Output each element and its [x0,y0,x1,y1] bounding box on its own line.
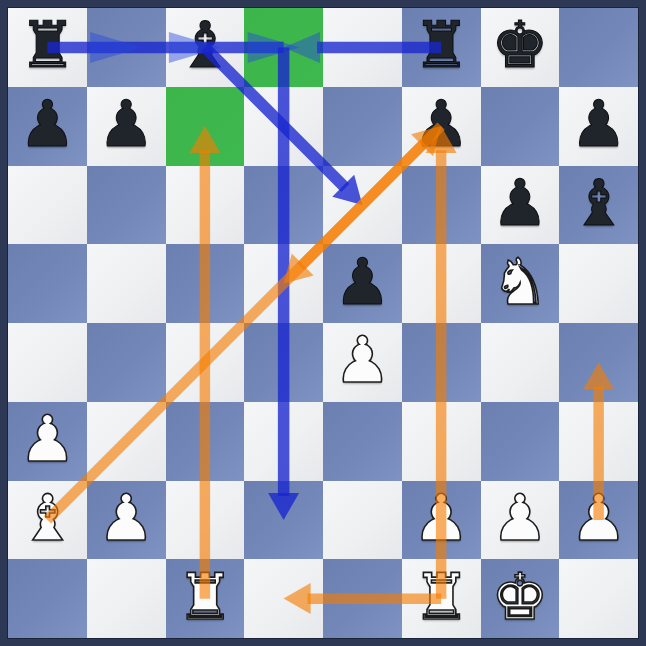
square-e1[interactable] [323,559,402,638]
square-h6[interactable]: ♝ [559,166,638,245]
square-d5[interactable] [244,244,323,323]
square-b5[interactable] [87,244,166,323]
chess-board[interactable]: ♜♝♜♚♟♟♟♟♟♝♟♞♟♟♝♟♟♟♟♜♜♚ [8,8,638,638]
square-f3[interactable] [402,402,481,481]
square-g1[interactable]: ♚ [481,559,560,638]
square-f2[interactable]: ♟ [402,481,481,560]
square-d1[interactable] [244,559,323,638]
square-c8[interactable]: ♝ [166,8,245,87]
square-e5[interactable]: ♟ [323,244,402,323]
square-f4[interactable] [402,323,481,402]
square-g5[interactable]: ♞ [481,244,560,323]
square-h8[interactable] [559,8,638,87]
square-h4[interactable] [559,323,638,402]
square-d6[interactable] [244,166,323,245]
square-b7[interactable]: ♟ [87,87,166,166]
square-c6[interactable] [166,166,245,245]
chess-board-frame: ♜♝♜♚♟♟♟♟♟♝♟♞♟♟♝♟♟♟♟♜♜♚ [0,0,646,646]
square-e3[interactable] [323,402,402,481]
piece-white-king-g1[interactable]: ♚ [491,565,548,629]
square-c3[interactable] [166,402,245,481]
square-b3[interactable] [87,402,166,481]
square-g8[interactable]: ♚ [481,8,560,87]
piece-black-rook-f8[interactable]: ♜ [412,13,469,77]
piece-white-rook-c1[interactable]: ♜ [176,565,233,629]
piece-white-knight-g5[interactable]: ♞ [491,250,548,314]
square-c7[interactable] [166,87,245,166]
piece-white-pawn-f2[interactable]: ♟ [412,486,469,550]
square-h1[interactable] [559,559,638,638]
square-d7[interactable] [244,87,323,166]
piece-white-rook-f1[interactable]: ♜ [412,565,469,629]
piece-black-pawn-e5[interactable]: ♟ [334,250,391,314]
square-g4[interactable] [481,323,560,402]
square-c2[interactable] [166,481,245,560]
piece-white-pawn-g2[interactable]: ♟ [491,486,548,550]
piece-white-pawn-h2[interactable]: ♟ [570,486,627,550]
square-b2[interactable]: ♟ [87,481,166,560]
piece-white-pawn-a3[interactable]: ♟ [19,407,76,471]
square-a6[interactable] [8,166,87,245]
square-a8[interactable]: ♜ [8,8,87,87]
square-e7[interactable] [323,87,402,166]
piece-black-pawn-b7[interactable]: ♟ [97,92,154,156]
piece-black-rook-a8[interactable]: ♜ [19,13,76,77]
square-h3[interactable] [559,402,638,481]
square-e6[interactable] [323,166,402,245]
piece-black-pawn-a7[interactable]: ♟ [19,92,76,156]
square-e8[interactable] [323,8,402,87]
piece-black-bishop-c8[interactable]: ♝ [176,13,233,77]
square-a1[interactable] [8,559,87,638]
piece-white-pawn-b2[interactable]: ♟ [97,486,154,550]
square-c5[interactable] [166,244,245,323]
square-a7[interactable]: ♟ [8,87,87,166]
square-g6[interactable]: ♟ [481,166,560,245]
square-f5[interactable] [402,244,481,323]
square-g2[interactable]: ♟ [481,481,560,560]
square-a2[interactable]: ♝ [8,481,87,560]
square-h2[interactable]: ♟ [559,481,638,560]
square-a4[interactable] [8,323,87,402]
square-h7[interactable]: ♟ [559,87,638,166]
piece-black-pawn-h7[interactable]: ♟ [570,92,627,156]
square-g3[interactable] [481,402,560,481]
square-g7[interactable] [481,87,560,166]
square-d4[interactable] [244,323,323,402]
square-a3[interactable]: ♟ [8,402,87,481]
square-f8[interactable]: ♜ [402,8,481,87]
square-d3[interactable] [244,402,323,481]
piece-black-king-g8[interactable]: ♚ [491,13,548,77]
square-d2[interactable] [244,481,323,560]
square-e4[interactable]: ♟ [323,323,402,402]
square-f1[interactable]: ♜ [402,559,481,638]
square-h5[interactable] [559,244,638,323]
square-f6[interactable] [402,166,481,245]
square-f7[interactable]: ♟ [402,87,481,166]
screenshot-root: { "game": "chess", "board": { "files": "… [0,0,646,646]
square-c4[interactable] [166,323,245,402]
square-c1[interactable]: ♜ [166,559,245,638]
square-b4[interactable] [87,323,166,402]
piece-white-bishop-a2[interactable]: ♝ [19,486,76,550]
square-b6[interactable] [87,166,166,245]
square-d8[interactable] [244,8,323,87]
square-b1[interactable] [87,559,166,638]
square-b8[interactable] [87,8,166,87]
piece-black-bishop-h6[interactable]: ♝ [570,171,627,235]
square-a5[interactable] [8,244,87,323]
piece-white-pawn-e4[interactable]: ♟ [334,328,391,392]
piece-black-pawn-g6[interactable]: ♟ [491,171,548,235]
piece-black-pawn-f7[interactable]: ♟ [412,92,469,156]
square-e2[interactable] [323,481,402,560]
